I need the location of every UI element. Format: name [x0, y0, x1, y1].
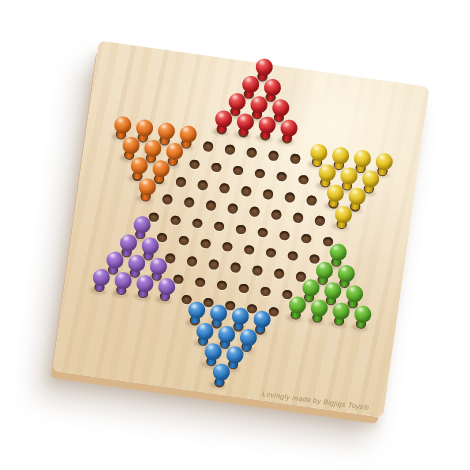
board-hole[interactable] [287, 251, 298, 262]
board-hole[interactable] [246, 148, 257, 159]
board-hole[interactable] [244, 245, 255, 256]
board-hole[interactable] [263, 189, 274, 200]
board-hole[interactable] [252, 265, 263, 276]
board-hole[interactable] [157, 232, 168, 243]
board-hole[interactable] [249, 206, 260, 217]
board-hole[interactable] [162, 194, 173, 205]
board-hole[interactable] [315, 216, 326, 227]
board-hole[interactable] [257, 227, 268, 238]
board-hole[interactable] [238, 283, 249, 294]
board-hole[interactable] [219, 183, 230, 194]
board-hole[interactable] [184, 197, 195, 208]
board-hole[interactable] [203, 141, 214, 152]
board-hole[interactable] [285, 192, 296, 203]
board-hole[interactable] [187, 256, 198, 267]
board-hole[interactable] [233, 165, 244, 176]
board-hole[interactable] [255, 168, 266, 179]
board-hole[interactable] [197, 180, 208, 191]
board-hole[interactable] [236, 224, 247, 235]
board-hole[interactable] [189, 159, 200, 170]
product-photo-scene: Lovingly made by Bigjigs Toys® [0, 0, 470, 470]
board-hole[interactable] [293, 213, 304, 224]
board-hole[interactable] [208, 259, 219, 270]
board-hole[interactable] [211, 162, 222, 173]
board-hole[interactable] [170, 215, 181, 226]
board-hole[interactable] [301, 233, 312, 244]
board-hole[interactable] [225, 145, 236, 156]
board-hole[interactable] [241, 186, 252, 197]
board-hole[interactable] [268, 151, 279, 162]
board-hole[interactable] [227, 203, 238, 214]
board-hole[interactable] [260, 286, 271, 297]
board-hole[interactable] [274, 268, 285, 279]
board-hole[interactable] [178, 235, 189, 246]
peg-grid [52, 40, 429, 417]
board-hole[interactable] [200, 239, 211, 250]
board-hole[interactable] [176, 177, 187, 188]
board-hole[interactable] [298, 174, 309, 185]
board-hole[interactable] [306, 195, 317, 206]
chinese-checkers-board: Lovingly made by Bigjigs Toys® [52, 40, 429, 417]
board-hole[interactable] [271, 210, 282, 221]
board-hole[interactable] [192, 218, 203, 229]
board-hole[interactable] [230, 262, 241, 273]
board-hole[interactable] [222, 242, 233, 253]
board-hole[interactable] [266, 248, 277, 259]
board-hole[interactable] [279, 230, 290, 241]
board-hole[interactable] [206, 200, 217, 211]
board-hole[interactable] [195, 277, 206, 288]
board-hole[interactable] [214, 221, 225, 232]
board-hole[interactable] [217, 280, 228, 291]
board-hole[interactable] [290, 154, 301, 165]
board-hole[interactable] [276, 171, 287, 182]
